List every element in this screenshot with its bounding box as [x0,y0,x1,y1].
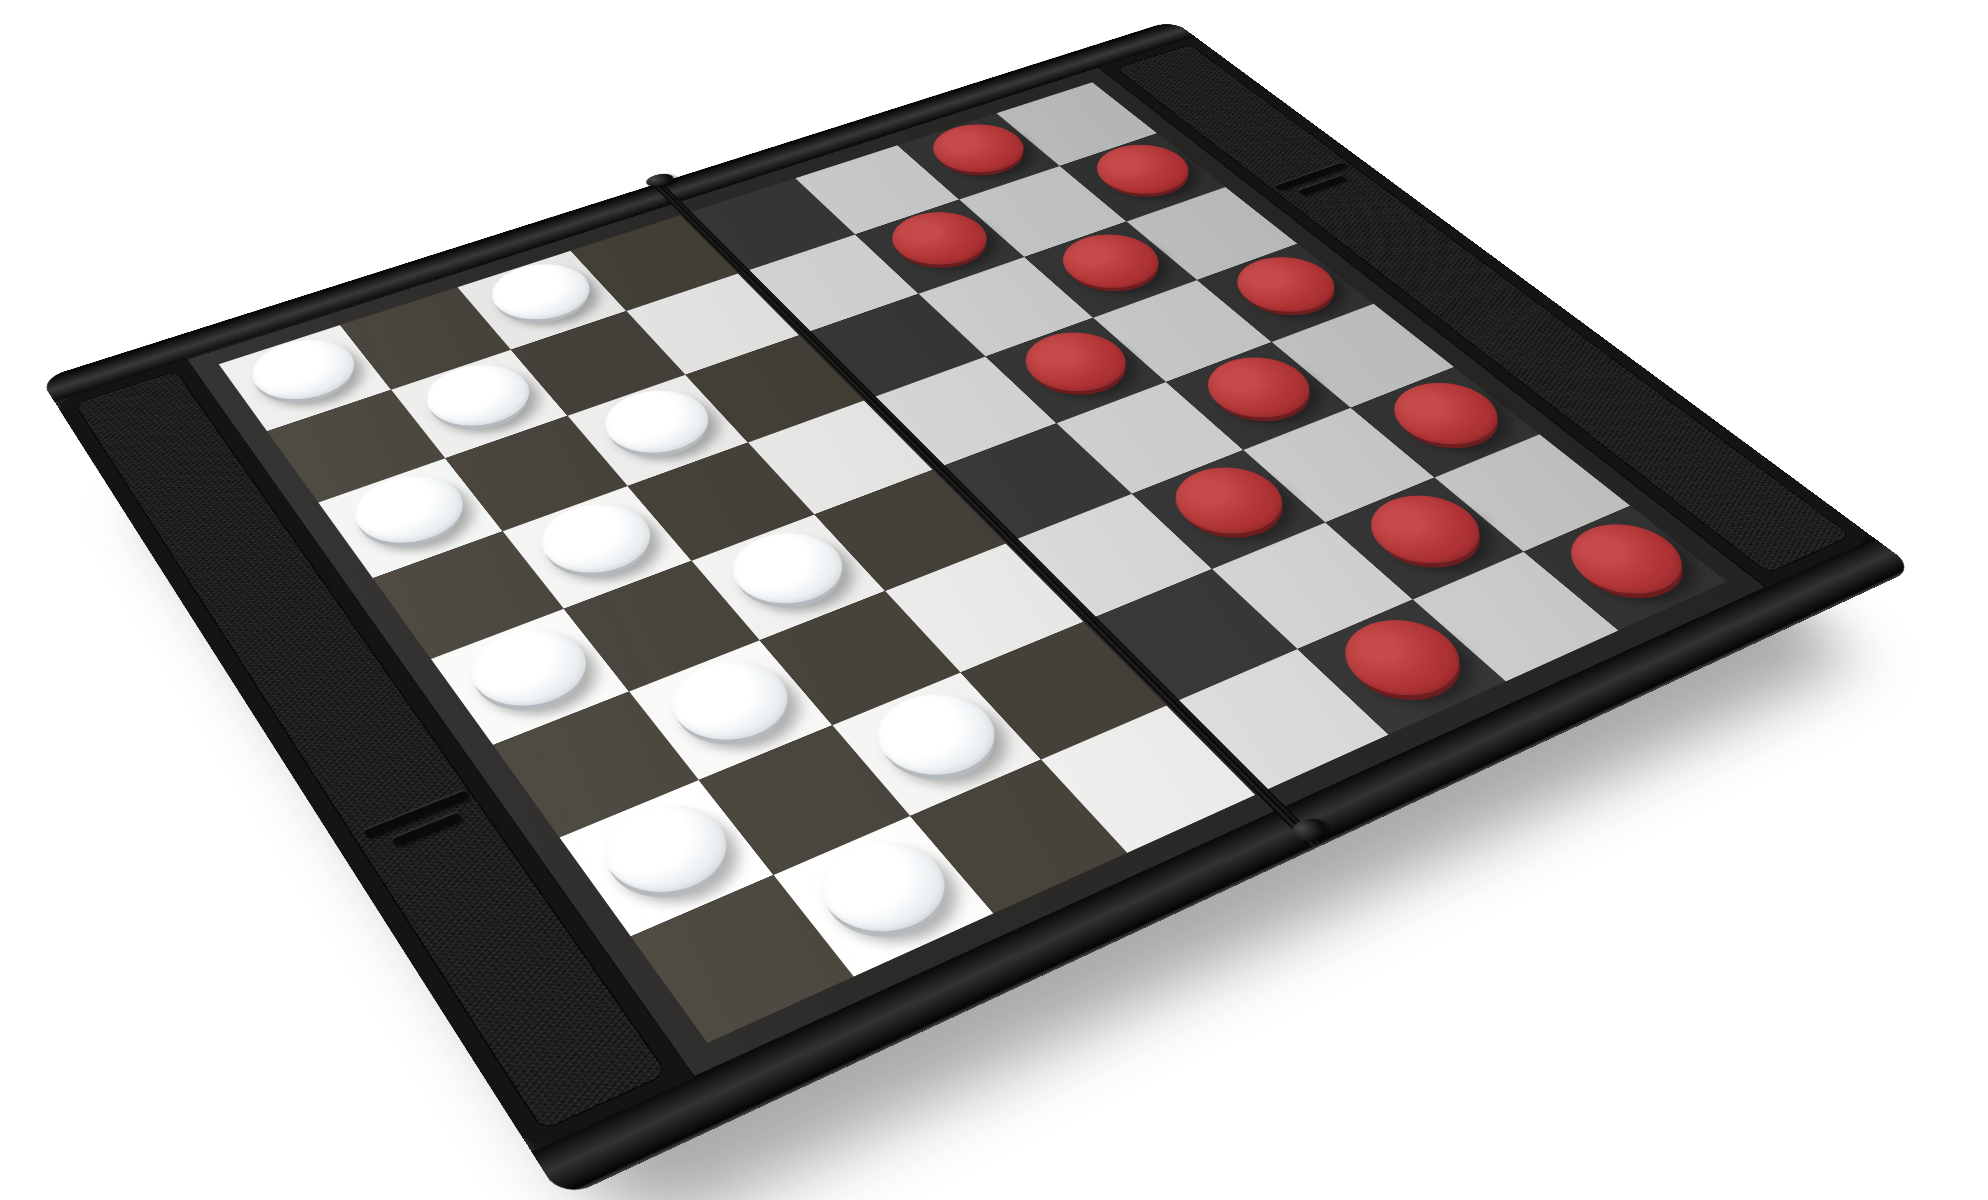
white-checker[interactable] [714,521,862,617]
square-r2c4[interactable] [626,274,799,375]
product-photo-scene [0,0,1988,1200]
checkers-board [40,20,1915,1199]
